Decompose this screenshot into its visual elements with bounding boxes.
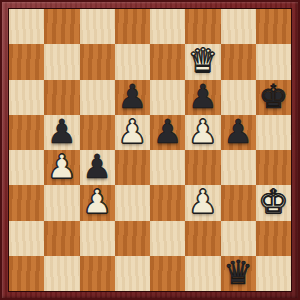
square-c3[interactable]: ♟ — [80, 185, 115, 220]
square-e7[interactable] — [150, 44, 185, 79]
square-c6[interactable] — [80, 80, 115, 115]
square-d3[interactable] — [115, 185, 150, 220]
square-a3[interactable] — [9, 185, 44, 220]
square-c5[interactable] — [80, 115, 115, 150]
square-h4[interactable] — [256, 150, 291, 185]
square-h3[interactable]: ♚ — [256, 185, 291, 220]
square-g7[interactable] — [221, 44, 256, 79]
square-c8[interactable] — [80, 9, 115, 44]
white-king[interactable]: ♚ — [259, 185, 289, 219]
square-b5[interactable]: ♟ — [44, 115, 79, 150]
square-e3[interactable] — [150, 185, 185, 220]
square-e5[interactable]: ♟ — [150, 115, 185, 150]
square-d2[interactable] — [115, 221, 150, 256]
square-g2[interactable] — [221, 221, 256, 256]
square-a1[interactable] — [9, 256, 44, 291]
square-g3[interactable] — [221, 185, 256, 220]
square-b7[interactable] — [44, 44, 79, 79]
square-b8[interactable] — [44, 9, 79, 44]
square-e8[interactable] — [150, 9, 185, 44]
square-h8[interactable] — [256, 9, 291, 44]
square-f8[interactable] — [185, 9, 220, 44]
square-h5[interactable] — [256, 115, 291, 150]
square-e6[interactable] — [150, 80, 185, 115]
square-f7[interactable]: ♛ — [185, 44, 220, 79]
square-b3[interactable] — [44, 185, 79, 220]
square-d7[interactable] — [115, 44, 150, 79]
square-c7[interactable] — [80, 44, 115, 79]
square-a5[interactable] — [9, 115, 44, 150]
square-b2[interactable] — [44, 221, 79, 256]
square-g1[interactable]: ♛ — [221, 256, 256, 291]
square-c1[interactable] — [80, 256, 115, 291]
square-d1[interactable] — [115, 256, 150, 291]
square-g4[interactable] — [221, 150, 256, 185]
white-pawn[interactable]: ♟ — [118, 115, 148, 149]
square-a8[interactable] — [9, 9, 44, 44]
white-pawn[interactable]: ♟ — [188, 115, 218, 149]
square-f6[interactable]: ♟ — [185, 80, 220, 115]
black-pawn[interactable]: ♟ — [188, 80, 218, 114]
square-g6[interactable] — [221, 80, 256, 115]
square-e2[interactable] — [150, 221, 185, 256]
square-c4[interactable]: ♟ — [80, 150, 115, 185]
black-pawn[interactable]: ♟ — [82, 150, 112, 184]
square-f4[interactable] — [185, 150, 220, 185]
square-d5[interactable]: ♟ — [115, 115, 150, 150]
square-d4[interactable] — [115, 150, 150, 185]
square-c2[interactable] — [80, 221, 115, 256]
square-b4[interactable]: ♟ — [44, 150, 79, 185]
square-f3[interactable]: ♟ — [185, 185, 220, 220]
white-pawn[interactable]: ♟ — [47, 150, 77, 184]
square-g8[interactable] — [221, 9, 256, 44]
square-e1[interactable] — [150, 256, 185, 291]
square-f5[interactable]: ♟ — [185, 115, 220, 150]
square-b1[interactable] — [44, 256, 79, 291]
black-pawn[interactable]: ♟ — [153, 115, 183, 149]
white-pawn[interactable]: ♟ — [82, 185, 112, 219]
square-h7[interactable] — [256, 44, 291, 79]
white-queen[interactable]: ♛ — [188, 44, 218, 78]
black-king[interactable]: ♚ — [259, 80, 289, 114]
square-a4[interactable] — [9, 150, 44, 185]
black-pawn[interactable]: ♟ — [223, 115, 253, 149]
board-frame: ♛♟♟♚♟♟♟♟♟♟♟♟♟♚♛ — [0, 0, 300, 300]
white-pawn[interactable]: ♟ — [188, 185, 218, 219]
black-queen[interactable]: ♛ — [223, 256, 253, 290]
square-d8[interactable] — [115, 9, 150, 44]
square-f2[interactable] — [185, 221, 220, 256]
square-f1[interactable] — [185, 256, 220, 291]
black-pawn[interactable]: ♟ — [47, 115, 77, 149]
chess-board: ♛♟♟♚♟♟♟♟♟♟♟♟♟♚♛ — [9, 9, 291, 291]
square-g5[interactable]: ♟ — [221, 115, 256, 150]
square-a6[interactable] — [9, 80, 44, 115]
square-b6[interactable] — [44, 80, 79, 115]
square-h6[interactable]: ♚ — [256, 80, 291, 115]
square-h2[interactable] — [256, 221, 291, 256]
square-a7[interactable] — [9, 44, 44, 79]
black-pawn[interactable]: ♟ — [118, 80, 148, 114]
square-d6[interactable]: ♟ — [115, 80, 150, 115]
square-a2[interactable] — [9, 221, 44, 256]
square-h1[interactable] — [256, 256, 291, 291]
square-e4[interactable] — [150, 150, 185, 185]
